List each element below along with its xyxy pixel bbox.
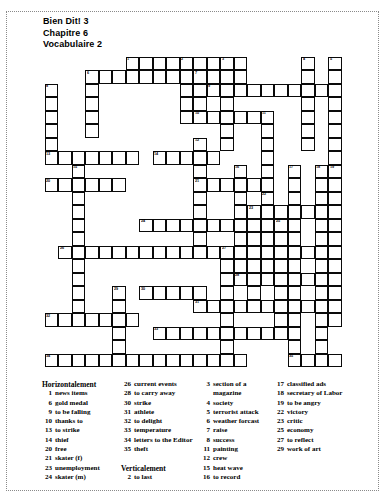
grid-cell-r9c12[interactable] bbox=[207, 178, 221, 192]
grid-cell-r0c8[interactable] bbox=[153, 57, 167, 71]
grid-cell-r22c1[interactable] bbox=[58, 354, 72, 368]
grid-cell-r12c18[interactable] bbox=[288, 219, 302, 233]
grid-cell-r17c13[interactable] bbox=[220, 286, 234, 300]
grid-cell-r15c17[interactable] bbox=[274, 259, 288, 273]
grid-cell-r2c19[interactable] bbox=[301, 84, 315, 98]
grid-cell-r6c13[interactable] bbox=[220, 138, 234, 152]
grid-cell-r20c9[interactable] bbox=[166, 327, 180, 341]
grid-cell-r8c16[interactable] bbox=[261, 165, 275, 179]
grid-cell-r13c21[interactable] bbox=[328, 232, 342, 246]
grid-cell-r11c16[interactable] bbox=[261, 205, 275, 219]
grid-cell-r1c14[interactable] bbox=[234, 70, 248, 84]
grid-cell-r7c6[interactable] bbox=[126, 151, 140, 165]
grid-cell-r2c21[interactable] bbox=[328, 84, 342, 98]
grid-cell-r18c12[interactable] bbox=[207, 300, 221, 314]
grid-cell-r5c21[interactable] bbox=[328, 124, 342, 138]
grid-cell-r14c7[interactable] bbox=[139, 246, 153, 260]
clue-item-31: 31athlete bbox=[119, 408, 199, 417]
grid-cell-r14c4[interactable] bbox=[99, 246, 113, 260]
grid-cell-r21c13[interactable] bbox=[220, 340, 234, 354]
grid-cell-r10c11[interactable] bbox=[193, 192, 207, 206]
clue-item-number: 2 bbox=[119, 473, 131, 482]
grid-cell-r7c5[interactable] bbox=[112, 151, 126, 165]
grid-cell-r13c18[interactable] bbox=[288, 232, 302, 246]
grid-cell-r1c5[interactable] bbox=[112, 70, 126, 84]
grid-cell-r13c20[interactable] bbox=[315, 232, 329, 246]
grid-cell-r9c0[interactable]: 20 bbox=[45, 178, 59, 192]
grid-cell-r21c18[interactable] bbox=[288, 340, 302, 354]
grid-cell-r15c16[interactable] bbox=[261, 259, 275, 273]
grid-cell-r18c18[interactable] bbox=[288, 300, 302, 314]
grid-cell-r11c21[interactable] bbox=[328, 205, 342, 219]
clue-number-13: 13 bbox=[46, 152, 50, 156]
grid-cell-r2c15[interactable] bbox=[247, 84, 261, 98]
grid-cell-r18c20[interactable] bbox=[315, 300, 329, 314]
grid-cell-r4c21[interactable] bbox=[328, 111, 342, 125]
grid-cell-r5c3[interactable] bbox=[85, 124, 99, 138]
grid-cell-r8c21[interactable]: 19 bbox=[328, 165, 342, 179]
grid-cell-r9c15[interactable] bbox=[247, 178, 261, 192]
grid-cell-r1c13[interactable] bbox=[220, 70, 234, 84]
grid-cell-r1c8[interactable] bbox=[153, 70, 167, 84]
grid-cell-r9c14[interactable] bbox=[234, 178, 248, 192]
grid-cell-r0c6[interactable]: 1 bbox=[126, 57, 140, 71]
grid-cell-r12c8[interactable] bbox=[153, 219, 167, 233]
grid-cell-r19c21[interactable] bbox=[328, 313, 342, 327]
grid-cell-r12c20[interactable] bbox=[315, 219, 329, 233]
clue-item-number: 33 bbox=[119, 426, 131, 435]
grid-cell-r9c1[interactable] bbox=[58, 178, 72, 192]
grid-cell-r13c14[interactable] bbox=[234, 232, 248, 246]
grid-cell-r16c13[interactable] bbox=[220, 273, 234, 287]
grid-cell-r20c20[interactable] bbox=[315, 327, 329, 341]
grid-cell-r18c15[interactable] bbox=[247, 300, 261, 314]
grid-cell-r18c17[interactable] bbox=[274, 300, 288, 314]
clue-number-1: 1 bbox=[127, 57, 129, 61]
grid-cell-r11c15[interactable]: 23 bbox=[247, 205, 261, 219]
grid-cell-r22c21[interactable] bbox=[328, 354, 342, 368]
grid-cell-r2c10[interactable] bbox=[180, 84, 194, 98]
grid-cell-r11c2[interactable] bbox=[72, 205, 86, 219]
grid-cell-r19c3[interactable] bbox=[85, 313, 99, 327]
grid-cell-r4c16[interactable]: 11 bbox=[261, 111, 275, 125]
grid-cell-r11c14[interactable] bbox=[234, 205, 248, 219]
grid-cell-r22c8[interactable] bbox=[153, 354, 167, 368]
grid-cell-r8c18[interactable]: 17 bbox=[288, 165, 302, 179]
grid-cell-r1c11[interactable]: 7 bbox=[193, 70, 207, 84]
grid-cell-r0c19[interactable]: 4 bbox=[301, 57, 315, 71]
grid-cell-r14c8[interactable] bbox=[153, 246, 167, 260]
grid-cell-r17c8[interactable] bbox=[153, 286, 167, 300]
grid-cell-r5c0[interactable] bbox=[45, 124, 59, 138]
grid-cell-r12c17[interactable]: 25 bbox=[274, 219, 288, 233]
grid-cell-r14c17[interactable] bbox=[274, 246, 288, 260]
clue-item-15: 15heat wave bbox=[198, 464, 274, 473]
grid-cell-r18c5[interactable] bbox=[112, 300, 126, 314]
grid-cell-r12c21[interactable] bbox=[328, 219, 342, 233]
grid-cell-r20c15[interactable] bbox=[247, 327, 261, 341]
grid-cell-r1c7[interactable] bbox=[139, 70, 153, 84]
grid-cell-r17c18[interactable] bbox=[288, 286, 302, 300]
grid-cell-r22c7[interactable] bbox=[139, 354, 153, 368]
grid-cell-r7c8[interactable]: 14 bbox=[153, 151, 167, 165]
clue-number-22: 22 bbox=[262, 192, 266, 196]
grid-cell-r17c15[interactable] bbox=[247, 286, 261, 300]
grid-cell-r7c16[interactable] bbox=[261, 151, 275, 165]
grid-cell-r4c3[interactable] bbox=[85, 111, 99, 125]
grid-cell-r22c2[interactable] bbox=[72, 354, 86, 368]
grid-cell-r6c19[interactable] bbox=[301, 138, 315, 152]
clue-number-18: 18 bbox=[316, 165, 320, 169]
grid-cell-r11c18[interactable] bbox=[288, 205, 302, 219]
grid-cell-r12c14[interactable] bbox=[234, 219, 248, 233]
clue-number-8: 8 bbox=[46, 84, 48, 88]
grid-cell-r6c16[interactable] bbox=[261, 138, 275, 152]
grid-cell-r4c13[interactable] bbox=[220, 111, 234, 125]
grid-cell-r3c21[interactable] bbox=[328, 97, 342, 111]
grid-cell-r8c2[interactable]: 15 bbox=[72, 165, 86, 179]
grid-cell-r17c17[interactable] bbox=[274, 286, 288, 300]
grid-cell-r19c4[interactable] bbox=[99, 313, 113, 327]
grid-cell-r18c16[interactable] bbox=[261, 300, 275, 314]
grid-cell-r20c11[interactable] bbox=[193, 327, 207, 341]
grid-cell-r14c6[interactable] bbox=[126, 246, 140, 260]
grid-cell-r19c18[interactable] bbox=[288, 313, 302, 327]
clue-number-10: 10 bbox=[195, 111, 199, 115]
grid-cell-r4c19[interactable] bbox=[301, 111, 315, 125]
grid-cell-r1c6[interactable] bbox=[126, 70, 140, 84]
clue-item-number: 20 bbox=[40, 445, 52, 454]
grid-cell-r14c2[interactable] bbox=[72, 246, 86, 260]
grid-cell-r10c14[interactable] bbox=[234, 192, 248, 206]
grid-cell-r19c6[interactable] bbox=[126, 313, 140, 327]
grid-cell-r15c18[interactable] bbox=[288, 259, 302, 273]
grid-cell-r15c20[interactable] bbox=[315, 259, 329, 273]
clue-item-number: 11 bbox=[198, 445, 210, 454]
grid-cell-r1c4[interactable] bbox=[99, 70, 113, 84]
grid-cell-r7c4[interactable] bbox=[99, 151, 113, 165]
grid-cell-r11c20[interactable] bbox=[315, 205, 329, 219]
grid-cell-r4c12[interactable] bbox=[207, 111, 221, 125]
grid-cell-r0c9[interactable] bbox=[166, 57, 180, 71]
grid-cell-r16c15[interactable] bbox=[247, 273, 261, 287]
grid-cell-r8c20[interactable]: 18 bbox=[315, 165, 329, 179]
grid-cell-r16c20[interactable] bbox=[315, 273, 329, 287]
grid-cell-r6c11[interactable]: 12 bbox=[193, 138, 207, 152]
grid-cell-r16c18[interactable] bbox=[288, 273, 302, 287]
grid-cell-r3c11[interactable] bbox=[193, 97, 207, 111]
clue-item-10: 10thanks to bbox=[40, 417, 120, 426]
worksheet-page: Bien Dit! 3 Chapitre 6 Vocabulaire 2 123… bbox=[0, 0, 386, 500]
clue-item-number: 12 bbox=[198, 454, 210, 463]
grid-cell-r19c0[interactable]: 32 bbox=[45, 313, 59, 327]
grid-cell-r13c11[interactable] bbox=[193, 232, 207, 246]
grid-cell-r16c19[interactable] bbox=[301, 273, 315, 287]
clue-number-6: 6 bbox=[87, 71, 89, 75]
clue-item-5: 5terrorist attack bbox=[198, 408, 274, 417]
grid-cell-r10c20[interactable] bbox=[315, 192, 329, 206]
grid-cell-r2c16[interactable] bbox=[261, 84, 275, 98]
grid-cell-r12c7[interactable]: 24 bbox=[139, 219, 153, 233]
grid-cell-r2c14[interactable] bbox=[234, 84, 248, 98]
clue-column-3: 3section of a magazine4society5terrorist… bbox=[198, 380, 274, 482]
grid-cell-r6c21[interactable] bbox=[328, 138, 342, 152]
grid-cell-r0c11[interactable] bbox=[193, 57, 207, 71]
grid-cell-r22c5[interactable] bbox=[112, 354, 126, 368]
grid-cell-r7c11[interactable] bbox=[193, 151, 207, 165]
clue-item-number: 17 bbox=[272, 380, 284, 389]
grid-cell-r14c9[interactable] bbox=[166, 246, 180, 260]
grid-cell-r10c18[interactable] bbox=[288, 192, 302, 206]
grid-cell-r3c13[interactable] bbox=[220, 97, 234, 111]
clue-number-25: 25 bbox=[276, 219, 280, 223]
grid-cell-r10c2[interactable] bbox=[72, 192, 86, 206]
clue-item-34: 34letters to the Editor bbox=[119, 436, 199, 445]
clue-item-text: economy bbox=[287, 426, 313, 435]
grid-cell-r7c9[interactable] bbox=[166, 151, 180, 165]
grid-cell-r22c0[interactable]: 34 bbox=[45, 354, 59, 368]
grid-cell-r7c3[interactable] bbox=[85, 151, 99, 165]
grid-cell-r19c20[interactable] bbox=[315, 313, 329, 327]
grid-cell-r9c2[interactable] bbox=[72, 178, 86, 192]
grid-cell-r17c5[interactable]: 29 bbox=[112, 286, 126, 300]
grid-cell-r7c12[interactable] bbox=[207, 151, 221, 165]
grid-cell-r9c13[interactable] bbox=[220, 178, 234, 192]
grid-cell-r16c17[interactable] bbox=[274, 273, 288, 287]
grid-cell-r7c1[interactable] bbox=[58, 151, 72, 165]
grid-cell-r22c14[interactable] bbox=[234, 354, 248, 368]
grid-cell-r18c19[interactable] bbox=[301, 300, 315, 314]
grid-cell-r9c3[interactable] bbox=[85, 178, 99, 192]
grid-cell-r22c13[interactable] bbox=[220, 354, 234, 368]
grid-cell-r12c16[interactable] bbox=[261, 219, 275, 233]
grid-cell-r22c4[interactable] bbox=[99, 354, 113, 368]
grid-cell-r20c14[interactable] bbox=[234, 327, 248, 341]
grid-cell-r3c19[interactable] bbox=[301, 97, 315, 111]
grid-cell-r3c3[interactable] bbox=[85, 97, 99, 111]
grid-cell-r5c19[interactable] bbox=[301, 124, 315, 138]
grid-cell-r14c12[interactable] bbox=[207, 246, 221, 260]
grid-cell-r22c19[interactable] bbox=[301, 354, 315, 368]
grid-cell-r8c14[interactable]: 16 bbox=[234, 165, 248, 179]
grid-cell-r14c5[interactable] bbox=[112, 246, 126, 260]
clue-item-text: gold medal bbox=[55, 399, 88, 408]
grid-cell-r7c10[interactable] bbox=[180, 151, 194, 165]
grid-cell-r21c20[interactable] bbox=[315, 340, 329, 354]
clue-item-2: 2to last bbox=[119, 473, 199, 482]
grid-cell-r18c11[interactable]: 31 bbox=[193, 300, 207, 314]
grid-cell-r17c7[interactable]: 30 bbox=[139, 286, 153, 300]
clue-item-6: 6gold medal bbox=[40, 399, 120, 408]
clue-item-29: 29work of art bbox=[272, 445, 376, 454]
grid-cell-r20c5[interactable] bbox=[112, 327, 126, 341]
grid-cell-r19c5[interactable] bbox=[112, 313, 126, 327]
grid-cell-r22c10[interactable] bbox=[180, 354, 194, 368]
grid-cell-r13c15[interactable] bbox=[247, 232, 261, 246]
grid-cell-r12c10[interactable] bbox=[180, 219, 194, 233]
grid-cell-r15c21[interactable] bbox=[328, 259, 342, 273]
grid-cell-r2c12[interactable]: 9 bbox=[207, 84, 221, 98]
grid-cell-r19c13[interactable] bbox=[220, 313, 234, 327]
grid-cell-r8c11[interactable] bbox=[193, 165, 207, 179]
grid-cell-r15c2[interactable] bbox=[72, 259, 86, 273]
grid-cell-r22c3[interactable] bbox=[85, 354, 99, 368]
grid-cell-r20c12[interactable] bbox=[207, 327, 221, 341]
grid-cell-r9c20[interactable] bbox=[315, 178, 329, 192]
grid-cell-r1c21[interactable] bbox=[328, 70, 342, 84]
grid-cell-r22c9[interactable] bbox=[166, 354, 180, 368]
clue-item-text: to last bbox=[134, 473, 152, 482]
grid-cell-r2c3[interactable] bbox=[85, 84, 99, 98]
grid-cell-r1c12[interactable] bbox=[207, 70, 221, 84]
grid-cell-r7c0[interactable]: 13 bbox=[45, 151, 59, 165]
clue-item-text: skater (f) bbox=[55, 454, 82, 463]
grid-cell-r4c10[interactable] bbox=[180, 111, 194, 125]
grid-cell-r12c9[interactable] bbox=[166, 219, 180, 233]
clue-item-number: 8 bbox=[198, 436, 210, 445]
grid-cell-r20c16[interactable] bbox=[261, 327, 275, 341]
grid-cell-r9c16[interactable] bbox=[261, 178, 275, 192]
clue-item-number: 5 bbox=[198, 408, 210, 417]
grid-cell-r9c11[interactable]: 21 bbox=[193, 178, 207, 192]
clue-item-32: 32to delight bbox=[119, 417, 199, 426]
grid-cell-r10c21[interactable] bbox=[328, 192, 342, 206]
grid-cell-r14c21[interactable] bbox=[328, 246, 342, 260]
grid-cell-r0c14[interactable] bbox=[234, 57, 248, 71]
grid-cell-r16c14[interactable]: 28 bbox=[234, 273, 248, 287]
grid-cell-r15c15[interactable] bbox=[247, 259, 261, 273]
grid-cell-r14c13[interactable]: 27 bbox=[220, 246, 234, 260]
grid-cell-r20c8[interactable]: 33 bbox=[153, 327, 167, 341]
grid-cell-r1c9[interactable] bbox=[166, 70, 180, 84]
clue-item-text: success bbox=[213, 436, 234, 445]
grid-cell-r12c12[interactable] bbox=[207, 219, 221, 233]
grid-cell-r17c10[interactable] bbox=[180, 286, 194, 300]
grid-cell-r12c15[interactable] bbox=[247, 219, 261, 233]
grid-cell-r1c3[interactable]: 6 bbox=[85, 70, 99, 84]
grid-cell-r0c7[interactable] bbox=[139, 57, 153, 71]
grid-cell-r17c2[interactable] bbox=[72, 286, 86, 300]
grid-cell-r2c0[interactable]: 8 bbox=[45, 84, 59, 98]
grid-cell-r14c20[interactable] bbox=[315, 246, 329, 260]
grid-cell-r17c11[interactable] bbox=[193, 286, 207, 300]
grid-cell-r10c16[interactable]: 22 bbox=[261, 192, 275, 206]
grid-cell-r0c13[interactable]: 3 bbox=[220, 57, 234, 71]
grid-cell-r20c17[interactable] bbox=[274, 327, 288, 341]
grid-cell-r5c13[interactable] bbox=[220, 124, 234, 138]
grid-cell-r3c0[interactable] bbox=[45, 97, 59, 111]
grid-cell-r22c6[interactable] bbox=[126, 354, 140, 368]
grid-cell-r3c10[interactable] bbox=[180, 97, 194, 111]
grid-cell-r19c17[interactable] bbox=[274, 313, 288, 327]
grid-cell-r16c16[interactable] bbox=[261, 273, 275, 287]
grid-cell-r9c5[interactable] bbox=[112, 178, 126, 192]
grid-cell-r14c16[interactable] bbox=[261, 246, 275, 260]
grid-cell-r9c21[interactable] bbox=[328, 178, 342, 192]
grid-cell-r17c21[interactable] bbox=[328, 286, 342, 300]
grid-cell-r9c4[interactable] bbox=[99, 178, 113, 192]
grid-cell-r14c11[interactable] bbox=[193, 246, 207, 260]
grid-cell-r16c21[interactable] bbox=[328, 273, 342, 287]
grid-cell-r22c20[interactable] bbox=[315, 354, 329, 368]
grid-cell-r13c2[interactable] bbox=[72, 232, 86, 246]
grid-cell-r19c2[interactable] bbox=[72, 313, 86, 327]
grid-cell-r18c14[interactable] bbox=[234, 300, 248, 314]
grid-cell-r2c13[interactable] bbox=[220, 84, 234, 98]
grid-cell-r14c14[interactable] bbox=[234, 246, 248, 260]
grid-cell-r15c13[interactable] bbox=[220, 259, 234, 273]
grid-cell-r0c10[interactable]: 2 bbox=[180, 57, 194, 71]
grid-cell-r6c0[interactable] bbox=[45, 138, 59, 152]
grid-cell-r14c15[interactable] bbox=[247, 246, 261, 260]
grid-cell-r0c21[interactable]: 5 bbox=[328, 57, 342, 71]
grid-cell-r11c19[interactable] bbox=[301, 205, 315, 219]
grid-cell-r20c13[interactable] bbox=[220, 327, 234, 341]
grid-cell-r2c18[interactable] bbox=[288, 84, 302, 98]
grid-cell-r9c18[interactable] bbox=[288, 178, 302, 192]
grid-cell-r21c5[interactable] bbox=[112, 340, 126, 354]
grid-cell-r4c11[interactable]: 10 bbox=[193, 111, 207, 125]
grid-cell-r7c21[interactable] bbox=[328, 151, 342, 165]
clue-item-text: to be falling bbox=[55, 408, 90, 417]
grid-cell-r18c13[interactable] bbox=[220, 300, 234, 314]
grid-cell-r12c2[interactable] bbox=[72, 219, 86, 233]
grid-cell-r11c17[interactable] bbox=[274, 205, 288, 219]
grid-cell-r14c1[interactable]: 26 bbox=[58, 246, 72, 260]
grid-cell-r1c10[interactable] bbox=[180, 70, 194, 84]
grid-cell-r16c2[interactable] bbox=[72, 273, 86, 287]
grid-cell-r2c20[interactable] bbox=[315, 84, 329, 98]
grid-cell-r1c19[interactable] bbox=[301, 70, 315, 84]
grid-cell-r13c16[interactable] bbox=[261, 232, 275, 246]
grid-cell-r11c11[interactable] bbox=[193, 205, 207, 219]
clue-number-29: 29 bbox=[114, 287, 118, 291]
clue-item-number: 31 bbox=[119, 408, 131, 417]
grid-cell-r12c13[interactable] bbox=[220, 219, 234, 233]
grid-cell-r4c0[interactable] bbox=[45, 111, 59, 125]
clue-number-2: 2 bbox=[181, 57, 183, 61]
clue-item-text: society bbox=[213, 399, 233, 408]
grid-cell-r18c21[interactable] bbox=[328, 300, 342, 314]
grid-cell-r14c19[interactable] bbox=[301, 246, 315, 260]
grid-cell-r2c11[interactable] bbox=[193, 84, 207, 98]
grid-cell-r13c17[interactable] bbox=[274, 232, 288, 246]
grid-cell-r14c10[interactable] bbox=[180, 246, 194, 260]
grid-cell-r22c11[interactable] bbox=[193, 354, 207, 368]
grid-cell-r14c3[interactable] bbox=[85, 246, 99, 260]
grid-cell-r18c2[interactable] bbox=[72, 300, 86, 314]
clue-item-number: 10 bbox=[40, 417, 52, 426]
grid-cell-r14c18[interactable] bbox=[288, 246, 302, 260]
grid-cell-r22c18[interactable]: 35 bbox=[288, 354, 302, 368]
grid-cell-r17c9[interactable] bbox=[166, 286, 180, 300]
clue-item-17: 17classified ads bbox=[272, 380, 376, 389]
grid-cell-r7c2[interactable] bbox=[72, 151, 86, 165]
grid-cell-r2c17[interactable] bbox=[274, 84, 288, 98]
grid-cell-r20c18[interactable] bbox=[288, 327, 302, 341]
grid-cell-r4c15[interactable] bbox=[247, 111, 261, 125]
grid-cell-r22c12[interactable] bbox=[207, 354, 221, 368]
grid-cell-r0c12[interactable] bbox=[207, 57, 221, 71]
grid-cell-r20c10[interactable] bbox=[180, 327, 194, 341]
grid-cell-r15c14[interactable] bbox=[234, 259, 248, 273]
grid-cell-r4c14[interactable] bbox=[234, 111, 248, 125]
clue-item-text: free bbox=[55, 445, 67, 454]
grid-cell-r17c20[interactable] bbox=[315, 286, 329, 300]
grid-cell-r5c16[interactable] bbox=[261, 124, 275, 138]
grid-cell-r12c11[interactable] bbox=[193, 219, 207, 233]
grid-cell-r19c1[interactable] bbox=[58, 313, 72, 327]
